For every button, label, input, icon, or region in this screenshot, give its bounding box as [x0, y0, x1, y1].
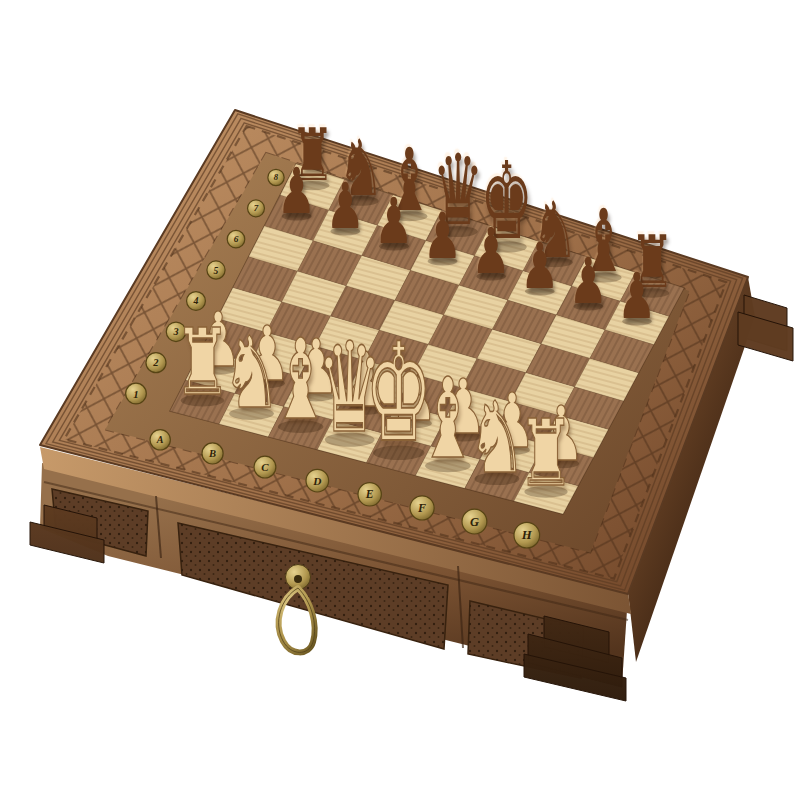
piece-black-pawn-a7[interactable]: ♟ — [277, 160, 316, 224]
chess-set-photo: 12345678ABCDEFGH ♜♞♝♟♟♛♟♚♟♞♟♝♟♜♟♟♟♟♟♜♟♞♟… — [0, 0, 800, 800]
piece-black-pawn-b7[interactable]: ♟ — [326, 175, 365, 239]
piece-black-pawn-c7[interactable]: ♟ — [374, 190, 413, 254]
piece-black-pawn-d7[interactable]: ♟ — [423, 205, 462, 269]
pieces-layer: ♜♞♝♟♟♛♟♚♟♞♟♝♟♜♟♟♟♟♟♜♟♞♟♝♟♛♟♚♟♝♞♜ — [0, 0, 800, 800]
piece-black-pawn-g7[interactable]: ♟ — [569, 250, 608, 314]
piece-black-pawn-f7[interactable]: ♟ — [520, 235, 559, 299]
piece-white-rook-h1[interactable]: ♜ — [518, 409, 575, 501]
piece-black-pawn-h7[interactable]: ♟ — [617, 265, 656, 329]
piece-black-pawn-e7[interactable]: ♟ — [472, 220, 511, 284]
